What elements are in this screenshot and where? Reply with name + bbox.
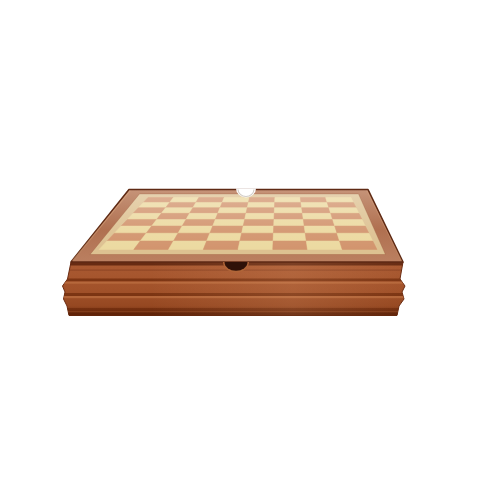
product-photo [0,0,500,500]
sheen-overlay [90,194,386,255]
lid-gloss-sheen [90,194,386,255]
chessboard-box [0,0,500,500]
